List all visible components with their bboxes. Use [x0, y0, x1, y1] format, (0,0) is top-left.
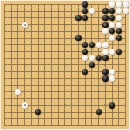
- intersection[interactable]: [75, 21, 82, 28]
- intersection[interactable]: [109, 8, 116, 15]
- intersection[interactable]: [82, 28, 89, 35]
- intersection[interactable]: [102, 62, 109, 69]
- intersection[interactable]: [35, 14, 42, 21]
- intersection[interactable]: [75, 48, 82, 55]
- intersection[interactable]: [62, 102, 69, 109]
- intersection[interactable]: [82, 14, 89, 21]
- intersection[interactable]: [48, 8, 55, 15]
- intersection[interactable]: [62, 21, 69, 28]
- intersection[interactable]: [41, 122, 48, 129]
- intersection[interactable]: [1, 35, 8, 42]
- intersection[interactable]: [109, 75, 116, 82]
- black-stone[interactable]: [82, 48, 88, 54]
- intersection[interactable]: [109, 82, 116, 89]
- white-stone[interactable]: [109, 48, 115, 54]
- intersection[interactable]: [116, 89, 123, 96]
- intersection[interactable]: [95, 68, 102, 75]
- black-stone[interactable]: [116, 35, 122, 41]
- intersection[interactable]: [48, 122, 55, 129]
- intersection[interactable]: [14, 55, 21, 62]
- intersection[interactable]: [1, 41, 8, 48]
- intersection[interactable]: [68, 122, 75, 129]
- intersection[interactable]: [82, 102, 89, 109]
- black-stone[interactable]: [89, 62, 95, 68]
- intersection[interactable]: [102, 122, 109, 129]
- intersection[interactable]: [68, 116, 75, 123]
- intersection[interactable]: [109, 102, 116, 109]
- intersection[interactable]: [89, 41, 96, 48]
- white-stone[interactable]: [116, 15, 122, 21]
- intersection[interactable]: [21, 48, 28, 55]
- black-stone[interactable]: [35, 109, 41, 115]
- intersection[interactable]: [8, 95, 15, 102]
- white-stone[interactable]: [109, 75, 115, 81]
- intersection[interactable]: [95, 28, 102, 35]
- white-stone[interactable]: [15, 89, 21, 95]
- intersection[interactable]: [89, 28, 96, 35]
- intersection[interactable]: [62, 75, 69, 82]
- intersection[interactable]: [75, 122, 82, 129]
- intersection[interactable]: [21, 102, 28, 109]
- intersection[interactable]: [116, 95, 123, 102]
- intersection[interactable]: [55, 109, 62, 116]
- intersection[interactable]: [1, 8, 8, 15]
- intersection[interactable]: [35, 122, 42, 129]
- intersection[interactable]: [95, 95, 102, 102]
- intersection[interactable]: [62, 55, 69, 62]
- intersection[interactable]: [89, 62, 96, 69]
- intersection[interactable]: [109, 122, 116, 129]
- intersection[interactable]: [28, 68, 35, 75]
- intersection[interactable]: [55, 95, 62, 102]
- intersection[interactable]: [48, 75, 55, 82]
- intersection[interactable]: [35, 95, 42, 102]
- black-stone[interactable]: [82, 42, 88, 48]
- intersection[interactable]: [109, 1, 116, 8]
- intersection[interactable]: [1, 28, 8, 35]
- intersection[interactable]: [28, 21, 35, 28]
- intersection[interactable]: [82, 55, 89, 62]
- intersection[interactable]: [41, 8, 48, 15]
- intersection[interactable]: [95, 1, 102, 8]
- intersection[interactable]: [109, 21, 116, 28]
- intersection[interactable]: [41, 89, 48, 96]
- intersection[interactable]: [116, 1, 123, 8]
- intersection[interactable]: [14, 109, 21, 116]
- intersection[interactable]: [68, 75, 75, 82]
- intersection[interactable]: [8, 62, 15, 69]
- intersection[interactable]: [109, 28, 116, 35]
- intersection[interactable]: [95, 48, 102, 55]
- intersection[interactable]: [68, 109, 75, 116]
- intersection[interactable]: [8, 109, 15, 116]
- intersection[interactable]: [48, 14, 55, 21]
- intersection[interactable]: [28, 48, 35, 55]
- intersection[interactable]: [62, 28, 69, 35]
- intersection[interactable]: [1, 122, 8, 129]
- intersection[interactable]: [82, 109, 89, 116]
- white-stone[interactable]: [109, 1, 115, 7]
- intersection[interactable]: [14, 1, 21, 8]
- intersection[interactable]: [82, 82, 89, 89]
- black-stone[interactable]: [102, 8, 108, 14]
- intersection[interactable]: [122, 109, 129, 116]
- intersection[interactable]: [89, 116, 96, 123]
- intersection[interactable]: [95, 82, 102, 89]
- intersection[interactable]: [28, 55, 35, 62]
- intersection[interactable]: [41, 109, 48, 116]
- intersection[interactable]: [35, 48, 42, 55]
- intersection[interactable]: [68, 62, 75, 69]
- intersection[interactable]: [41, 55, 48, 62]
- white-stone[interactable]: [109, 35, 115, 41]
- intersection[interactable]: [28, 41, 35, 48]
- intersection[interactable]: [68, 8, 75, 15]
- intersection[interactable]: [41, 68, 48, 75]
- intersection[interactable]: [1, 89, 8, 96]
- intersection[interactable]: [1, 21, 8, 28]
- intersection[interactable]: [68, 89, 75, 96]
- intersection[interactable]: [41, 41, 48, 48]
- intersection[interactable]: [8, 14, 15, 21]
- intersection[interactable]: [35, 109, 42, 116]
- intersection[interactable]: [1, 55, 8, 62]
- intersection[interactable]: [122, 28, 129, 35]
- intersection[interactable]: [28, 28, 35, 35]
- intersection[interactable]: [95, 89, 102, 96]
- intersection[interactable]: [116, 102, 123, 109]
- intersection[interactable]: [89, 1, 96, 8]
- intersection[interactable]: [48, 48, 55, 55]
- intersection[interactable]: [102, 55, 109, 62]
- intersection[interactable]: [28, 89, 35, 96]
- black-stone[interactable]: [96, 55, 102, 61]
- intersection[interactable]: [75, 68, 82, 75]
- intersection[interactable]: [1, 68, 8, 75]
- intersection[interactable]: [122, 8, 129, 15]
- intersection[interactable]: [14, 116, 21, 123]
- intersection[interactable]: [48, 116, 55, 123]
- intersection[interactable]: [48, 41, 55, 48]
- intersection[interactable]: [28, 8, 35, 15]
- intersection[interactable]: [89, 122, 96, 129]
- intersection[interactable]: [48, 35, 55, 42]
- intersection[interactable]: [62, 109, 69, 116]
- intersection[interactable]: [102, 35, 109, 42]
- intersection[interactable]: [75, 82, 82, 89]
- intersection[interactable]: [109, 14, 116, 21]
- intersection[interactable]: [41, 28, 48, 35]
- intersection[interactable]: [82, 116, 89, 123]
- intersection[interactable]: [89, 102, 96, 109]
- intersection[interactable]: [55, 122, 62, 129]
- intersection[interactable]: [68, 68, 75, 75]
- intersection[interactable]: [62, 1, 69, 8]
- intersection[interactable]: [62, 68, 69, 75]
- intersection[interactable]: [28, 122, 35, 129]
- intersection[interactable]: [95, 62, 102, 69]
- intersection[interactable]: [102, 89, 109, 96]
- intersection[interactable]: [75, 55, 82, 62]
- intersection[interactable]: [75, 1, 82, 8]
- intersection[interactable]: [95, 14, 102, 21]
- intersection[interactable]: [35, 82, 42, 89]
- intersection[interactable]: [102, 109, 109, 116]
- intersection[interactable]: [75, 62, 82, 69]
- intersection[interactable]: [28, 109, 35, 116]
- intersection[interactable]: [41, 102, 48, 109]
- intersection[interactable]: [14, 122, 21, 129]
- intersection[interactable]: [41, 48, 48, 55]
- intersection[interactable]: [41, 14, 48, 21]
- intersection[interactable]: [35, 55, 42, 62]
- intersection[interactable]: [68, 1, 75, 8]
- intersection[interactable]: [35, 21, 42, 28]
- intersection[interactable]: [89, 95, 96, 102]
- intersection[interactable]: [14, 102, 21, 109]
- black-stone[interactable]: [102, 21, 108, 27]
- intersection[interactable]: [62, 41, 69, 48]
- intersection[interactable]: [109, 68, 116, 75]
- intersection[interactable]: [82, 62, 89, 69]
- intersection[interactable]: [14, 21, 21, 28]
- intersection[interactable]: [95, 35, 102, 42]
- intersection[interactable]: [28, 1, 35, 8]
- intersection[interactable]: [95, 75, 102, 82]
- intersection[interactable]: [48, 62, 55, 69]
- intersection[interactable]: [55, 1, 62, 8]
- intersection[interactable]: [21, 62, 28, 69]
- intersection[interactable]: [68, 14, 75, 21]
- intersection[interactable]: [116, 21, 123, 28]
- black-stone[interactable]: [102, 69, 108, 75]
- intersection[interactable]: [14, 75, 21, 82]
- intersection[interactable]: [82, 8, 89, 15]
- intersection[interactable]: [116, 109, 123, 116]
- intersection[interactable]: [14, 28, 21, 35]
- intersection[interactable]: [82, 48, 89, 55]
- white-stone[interactable]: [116, 21, 122, 27]
- intersection[interactable]: [8, 48, 15, 55]
- intersection[interactable]: [62, 116, 69, 123]
- intersection[interactable]: [55, 68, 62, 75]
- intersection[interactable]: [55, 89, 62, 96]
- intersection[interactable]: [102, 41, 109, 48]
- intersection[interactable]: [41, 75, 48, 82]
- intersection[interactable]: [75, 35, 82, 42]
- intersection[interactable]: [75, 109, 82, 116]
- intersection[interactable]: [116, 116, 123, 123]
- intersection[interactable]: [41, 21, 48, 28]
- intersection[interactable]: [122, 21, 129, 28]
- black-stone[interactable]: [116, 48, 122, 54]
- intersection[interactable]: [82, 21, 89, 28]
- intersection[interactable]: [75, 41, 82, 48]
- intersection[interactable]: [62, 8, 69, 15]
- intersection[interactable]: [55, 28, 62, 35]
- white-stone[interactable]: [102, 42, 108, 48]
- intersection[interactable]: [14, 89, 21, 96]
- intersection[interactable]: [68, 95, 75, 102]
- intersection[interactable]: [62, 62, 69, 69]
- intersection[interactable]: [35, 35, 42, 42]
- black-stone[interactable]: [109, 102, 115, 108]
- intersection[interactable]: [41, 62, 48, 69]
- intersection[interactable]: [122, 102, 129, 109]
- intersection[interactable]: [122, 55, 129, 62]
- white-stone[interactable]: [123, 8, 129, 14]
- intersection[interactable]: [55, 14, 62, 21]
- white-stone[interactable]: [116, 1, 122, 7]
- intersection[interactable]: [48, 21, 55, 28]
- intersection[interactable]: [21, 8, 28, 15]
- intersection[interactable]: [89, 48, 96, 55]
- black-stone[interactable]: [82, 15, 88, 21]
- intersection[interactable]: [89, 55, 96, 62]
- white-stone[interactable]: [102, 28, 108, 34]
- intersection[interactable]: [116, 8, 123, 15]
- intersection[interactable]: [122, 89, 129, 96]
- intersection[interactable]: [14, 41, 21, 48]
- intersection[interactable]: [62, 48, 69, 55]
- black-stone[interactable]: [82, 69, 88, 75]
- intersection[interactable]: [55, 8, 62, 15]
- intersection[interactable]: [82, 35, 89, 42]
- intersection[interactable]: [75, 102, 82, 109]
- intersection[interactable]: [75, 116, 82, 123]
- intersection[interactable]: [95, 109, 102, 116]
- intersection[interactable]: [116, 82, 123, 89]
- intersection[interactable]: [109, 35, 116, 42]
- intersection[interactable]: [89, 89, 96, 96]
- intersection[interactable]: [14, 95, 21, 102]
- intersection[interactable]: [1, 116, 8, 123]
- intersection[interactable]: [122, 95, 129, 102]
- intersection[interactable]: [8, 68, 15, 75]
- black-stone[interactable]: [116, 28, 122, 34]
- intersection[interactable]: [21, 28, 28, 35]
- intersection[interactable]: [21, 14, 28, 21]
- intersection[interactable]: [48, 1, 55, 8]
- intersection[interactable]: [82, 89, 89, 96]
- intersection[interactable]: [8, 75, 15, 82]
- intersection[interactable]: [102, 8, 109, 15]
- intersection[interactable]: [41, 1, 48, 8]
- intersection[interactable]: [122, 122, 129, 129]
- intersection[interactable]: [28, 62, 35, 69]
- black-stone[interactable]: [109, 28, 115, 34]
- intersection[interactable]: [1, 102, 8, 109]
- intersection[interactable]: [21, 68, 28, 75]
- intersection[interactable]: [1, 62, 8, 69]
- intersection[interactable]: [122, 35, 129, 42]
- intersection[interactable]: [109, 41, 116, 48]
- intersection[interactable]: [35, 89, 42, 96]
- intersection[interactable]: [48, 55, 55, 62]
- intersection[interactable]: [21, 75, 28, 82]
- white-stone[interactable]: [102, 48, 108, 54]
- intersection[interactable]: [68, 21, 75, 28]
- intersection[interactable]: [21, 89, 28, 96]
- black-stone[interactable]: [102, 55, 108, 61]
- intersection[interactable]: [35, 68, 42, 75]
- intersection[interactable]: [28, 116, 35, 123]
- intersection[interactable]: [95, 55, 102, 62]
- intersection[interactable]: [102, 82, 109, 89]
- intersection[interactable]: [55, 21, 62, 28]
- intersection[interactable]: [21, 41, 28, 48]
- black-stone[interactable]: [89, 42, 95, 48]
- intersection[interactable]: [89, 8, 96, 15]
- intersection[interactable]: [28, 35, 35, 42]
- intersection[interactable]: [14, 14, 21, 21]
- intersection[interactable]: [82, 122, 89, 129]
- intersection[interactable]: [35, 75, 42, 82]
- intersection[interactable]: [109, 48, 116, 55]
- intersection[interactable]: [14, 35, 21, 42]
- intersection[interactable]: [8, 116, 15, 123]
- intersection[interactable]: [1, 48, 8, 55]
- intersection[interactable]: [75, 8, 82, 15]
- intersection[interactable]: [8, 122, 15, 129]
- intersection[interactable]: [1, 14, 8, 21]
- intersection[interactable]: [109, 89, 116, 96]
- intersection[interactable]: [82, 1, 89, 8]
- white-stone[interactable]: [96, 42, 102, 48]
- intersection[interactable]: [21, 1, 28, 8]
- intersection[interactable]: [14, 62, 21, 69]
- intersection[interactable]: [8, 28, 15, 35]
- intersection[interactable]: [116, 68, 123, 75]
- intersection[interactable]: [55, 102, 62, 109]
- intersection[interactable]: [35, 41, 42, 48]
- intersection[interactable]: [95, 122, 102, 129]
- black-stone[interactable]: [75, 35, 81, 41]
- intersection[interactable]: [62, 89, 69, 96]
- intersection[interactable]: [109, 116, 116, 123]
- intersection[interactable]: [109, 62, 116, 69]
- intersection[interactable]: [55, 55, 62, 62]
- intersection[interactable]: [28, 82, 35, 89]
- intersection[interactable]: [35, 116, 42, 123]
- intersection[interactable]: [8, 82, 15, 89]
- intersection[interactable]: [35, 28, 42, 35]
- intersection[interactable]: [48, 82, 55, 89]
- intersection[interactable]: [102, 75, 109, 82]
- intersection[interactable]: [41, 82, 48, 89]
- intersection[interactable]: [102, 95, 109, 102]
- intersection[interactable]: [55, 62, 62, 69]
- intersection[interactable]: [1, 1, 8, 8]
- intersection[interactable]: [8, 8, 15, 15]
- intersection[interactable]: [109, 109, 116, 116]
- intersection[interactable]: [21, 122, 28, 129]
- intersection[interactable]: [48, 89, 55, 96]
- white-stone[interactable]: [89, 8, 95, 14]
- intersection[interactable]: [28, 95, 35, 102]
- intersection[interactable]: [21, 116, 28, 123]
- intersection[interactable]: [41, 95, 48, 102]
- intersection[interactable]: [55, 35, 62, 42]
- intersection[interactable]: [116, 14, 123, 21]
- intersection[interactable]: [8, 21, 15, 28]
- intersection[interactable]: [41, 116, 48, 123]
- intersection[interactable]: [21, 55, 28, 62]
- intersection[interactable]: [102, 102, 109, 109]
- intersection[interactable]: [8, 35, 15, 42]
- intersection[interactable]: [75, 95, 82, 102]
- white-stone[interactable]: [109, 69, 115, 75]
